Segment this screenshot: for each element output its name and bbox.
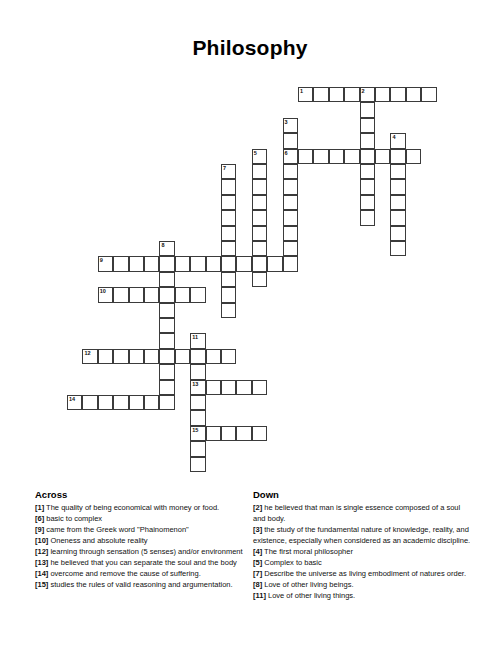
down-header: Down [253,489,473,500]
grid-cell[interactable] [421,87,436,102]
grid-cell[interactable] [390,241,405,256]
grid-cell[interactable] [360,195,375,210]
grid-cell[interactable] [344,149,359,164]
grid-cell[interactable] [113,395,128,410]
grid-cell[interactable]: 7 [221,164,236,179]
grid-cell[interactable]: 11 [190,333,205,348]
grid-cell[interactable] [298,149,313,164]
grid-cell[interactable] [390,210,405,225]
grid-cell[interactable] [236,426,251,441]
grid-cell[interactable] [206,426,221,441]
grid-cell[interactable]: 5 [252,149,267,164]
grid-cell[interactable] [267,256,282,271]
grid-cell[interactable] [206,349,221,364]
grid-cell[interactable] [360,133,375,148]
clue-number: 14 [69,396,75,402]
grid-cell[interactable] [375,87,390,102]
clue-item: [5] Complex to basic [253,557,473,568]
grid-cell[interactable] [159,333,174,348]
grid-cell[interactable] [129,256,144,271]
puzzle-title: Philosophy [0,36,500,60]
clue-number: 10 [100,288,106,294]
clue-item: [10] Oneness and absolute reality [35,535,255,546]
clue-number: 3 [285,119,288,125]
crossword-grid: 123456789101112131415 [67,87,437,473]
across-clues: Across [1] The quality of being economic… [35,489,255,590]
grid-cell[interactable] [252,164,267,179]
grid-cell[interactable] [344,87,359,102]
grid-cell[interactable] [113,287,128,302]
grid-cell[interactable]: 12 [82,349,97,364]
down-clue-list: [2] he believed that man is single essen… [253,502,473,601]
clue-item: [15] studies the rules of valid reasonin… [35,579,255,590]
grid-cell[interactable] [375,149,390,164]
clue-number: 9 [100,257,103,263]
grid-cell[interactable] [390,164,405,179]
grid-cell[interactable]: 2 [360,87,375,102]
grid-cell[interactable] [283,210,298,225]
grid-cell[interactable] [221,256,236,271]
grid-cell[interactable] [144,349,159,364]
grid-cell[interactable] [329,87,344,102]
grid-cell[interactable] [360,102,375,117]
grid-cell[interactable] [190,410,205,425]
grid-cell[interactable] [252,195,267,210]
grid-cell[interactable]: 3 [283,118,298,133]
grid-cell[interactable] [159,318,174,333]
clue-number: 13 [192,381,198,387]
clue-item: [3] the study of the fundamental nature … [253,524,473,546]
grid-cell[interactable] [190,256,205,271]
grid-cell[interactable] [390,149,405,164]
grid-cell[interactable] [390,179,405,194]
grid-cell[interactable] [221,210,236,225]
grid-cell[interactable] [283,241,298,256]
clue-number: 2 [362,88,365,94]
grid-cell[interactable]: 1 [298,87,313,102]
grid-cell[interactable] [190,287,205,302]
grid-cell[interactable] [159,380,174,395]
clue-number: 8 [161,242,164,248]
grid-cell[interactable] [329,149,344,164]
grid-cell[interactable] [283,256,298,271]
clue-item: [11] Love of other living things. [253,590,473,601]
grid-cell[interactable] [252,226,267,241]
grid-cell[interactable] [221,195,236,210]
grid-cell[interactable] [175,287,190,302]
grid-cell[interactable] [190,395,205,410]
grid-cell[interactable] [159,395,174,410]
across-clue-list: [1] The quality of being economical with… [35,502,255,590]
grid-cell[interactable] [236,256,251,271]
grid-cell[interactable] [190,457,205,472]
grid-cell[interactable] [159,349,174,364]
clue-item: [4] The first moral philosopher [253,546,473,557]
clue-number: 11 [192,334,198,340]
grid-cell[interactable] [221,179,236,194]
grid-cell[interactable] [221,303,236,318]
grid-cell[interactable] [390,195,405,210]
grid-cell[interactable] [313,149,328,164]
clue-number: 5 [254,150,257,156]
grid-cell[interactable] [129,395,144,410]
grid-cell[interactable] [406,87,421,102]
clue-number: 4 [392,134,395,140]
clue-item: [6] basic to complex [35,513,255,524]
clue-item: [7] Describe the universe as living embo… [253,568,473,579]
grid-cell[interactable]: 15 [190,426,205,441]
grid-cell[interactable] [252,241,267,256]
grid-cell[interactable] [252,380,267,395]
grid-cell[interactable] [159,303,174,318]
grid-cell[interactable] [98,395,113,410]
grid-cell[interactable] [221,349,236,364]
grid-cell[interactable] [159,364,174,379]
clue-number: 7 [223,165,226,171]
clue-number: 6 [285,150,288,156]
grid-cell[interactable] [129,287,144,302]
grid-cell[interactable]: 4 [390,133,405,148]
clue-number: 12 [84,350,90,356]
grid-cell[interactable]: 6 [283,149,298,164]
grid-cell[interactable] [252,426,267,441]
grid-cell[interactable] [283,133,298,148]
grid-cell[interactable] [406,149,421,164]
grid-cell[interactable] [175,349,190,364]
clue-item: [13] he believed that you can separate t… [35,557,255,568]
grid-cell[interactable] [113,349,128,364]
clue-item: [1] The quality of being economical with… [35,502,255,513]
grid-cell[interactable]: 14 [67,395,82,410]
grid-cell[interactable] [252,272,267,287]
grid-cell[interactable]: 9 [98,256,113,271]
grid-cell[interactable] [144,395,159,410]
grid-cell[interactable] [175,256,190,271]
grid-cell[interactable] [252,256,267,271]
clue-number: 15 [192,427,198,433]
grid-cell[interactable] [190,441,205,456]
clue-item: [9] came from the Greek word "Phainomeno… [35,524,255,535]
grid-cell[interactable] [313,87,328,102]
grid-cell[interactable] [252,210,267,225]
grid-cell[interactable] [190,364,205,379]
grid-cell[interactable] [252,179,267,194]
grid-cell[interactable] [221,272,236,287]
grid-cell[interactable] [283,226,298,241]
clue-item: [8] Love of other living beings. [253,579,473,590]
grid-cell[interactable] [283,195,298,210]
grid-cell[interactable] [283,179,298,194]
clue-item: [2] he believed that man is single essen… [253,502,473,524]
down-clues: Down [2] he believed that man is single … [253,489,473,601]
clue-item: [14] overcome and remove the cause of su… [35,568,255,579]
grid-cell[interactable] [190,349,205,364]
grid-cell[interactable] [129,349,144,364]
grid-cell[interactable] [98,349,113,364]
grid-cell[interactable] [236,380,251,395]
across-header: Across [35,489,255,500]
grid-cell[interactable] [113,256,128,271]
grid-cell[interactable]: 8 [159,241,174,256]
grid-cell[interactable] [144,256,159,271]
grid-cell[interactable] [360,149,375,164]
clue-item: [12] learning through sensation (5 sense… [35,546,255,557]
grid-cell[interactable] [82,395,97,410]
grid-cell[interactable] [144,287,159,302]
grid-cell[interactable] [390,87,405,102]
clue-number: 1 [300,88,303,94]
grid-cell[interactable] [360,118,375,133]
grid-cell[interactable]: 10 [98,287,113,302]
grid-cell[interactable] [360,210,375,225]
grid-cell[interactable] [221,426,236,441]
grid-cell[interactable] [159,272,174,287]
grid-cell[interactable] [360,179,375,194]
grid-cell[interactable] [206,256,221,271]
grid-cell[interactable] [221,241,236,256]
grid-cell[interactable] [221,287,236,302]
grid-cell[interactable] [206,380,221,395]
grid-cell[interactable] [390,226,405,241]
grid-cell[interactable] [221,226,236,241]
grid-cell[interactable] [159,287,174,302]
grid-cell[interactable] [159,256,174,271]
grid-cell[interactable] [360,164,375,179]
grid-cell[interactable] [283,164,298,179]
grid-cell[interactable]: 13 [190,380,205,395]
grid-cell[interactable] [221,380,236,395]
